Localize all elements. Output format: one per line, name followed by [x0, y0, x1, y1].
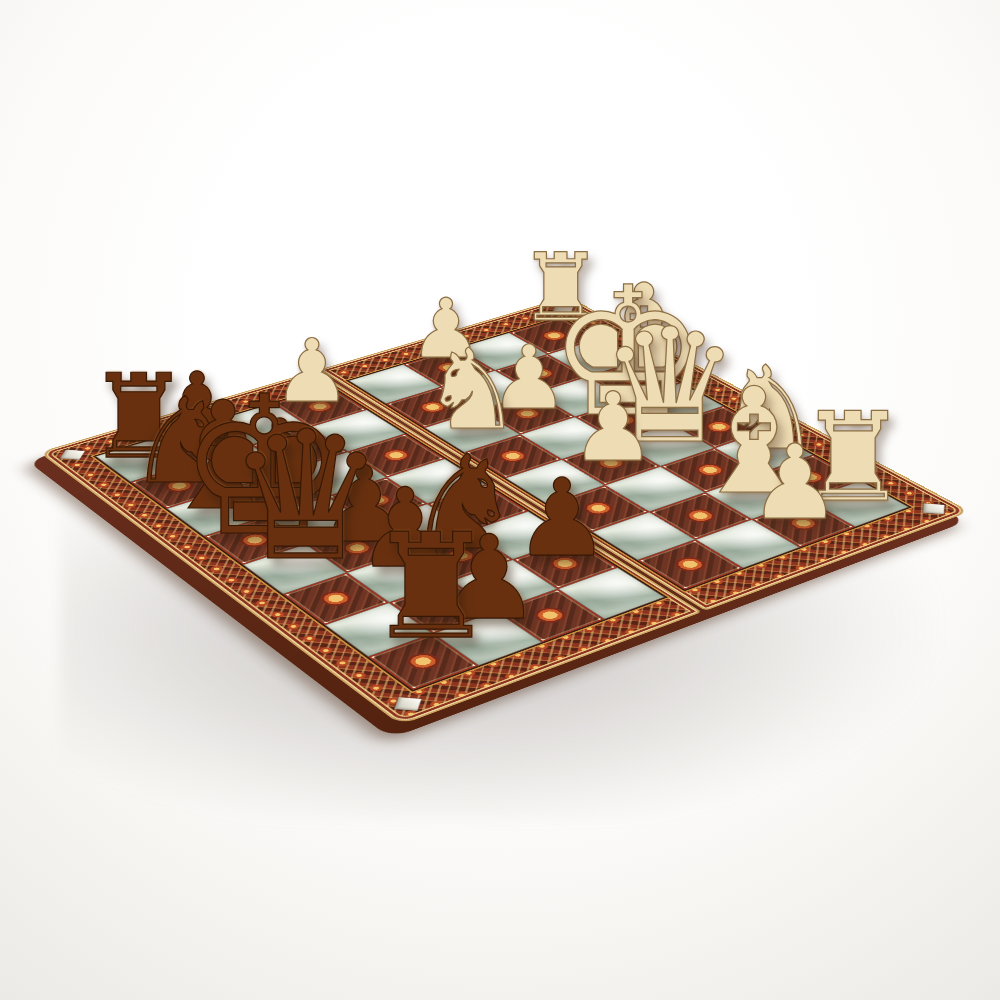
white-pawn[interactable]: ♟: [749, 431, 841, 534]
black-rook[interactable]: ♜: [366, 514, 496, 659]
pieces-layer: ♜♝♞♜♚♛♝♟♟♟♟♞♟♜♞♝♚♛♜♟♟♟♟♟♞♟: [0, 0, 1000, 1000]
chess-set-photo: ♜♝♞♜♚♛♝♟♟♟♟♞♟♜♞♝♚♛♜♟♟♟♟♟♞♟: [0, 0, 1000, 1000]
